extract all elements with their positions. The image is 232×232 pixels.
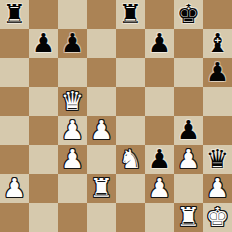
white-pawn-piece[interactable]: ♟ <box>177 145 200 174</box>
square-c6[interactable] <box>58 58 87 87</box>
square-d7[interactable] <box>87 29 116 58</box>
white-pawn-piece[interactable]: ♟ <box>90 116 113 145</box>
chess-board: ♜♜♚♟♟♟♝♟♛♟♟♟♟♞♟♟♛♟♜♟♟♜♚ <box>0 0 232 232</box>
black-pawn-piece[interactable]: ♟ <box>206 58 229 87</box>
square-d4[interactable]: ♟ <box>87 116 116 145</box>
square-h8[interactable] <box>203 0 232 29</box>
square-g3[interactable]: ♟ <box>174 145 203 174</box>
square-b6[interactable] <box>29 58 58 87</box>
square-d8[interactable] <box>87 0 116 29</box>
square-d6[interactable] <box>87 58 116 87</box>
square-f7[interactable]: ♟ <box>145 29 174 58</box>
black-rook-piece[interactable]: ♜ <box>3 0 26 29</box>
black-rook-piece[interactable]: ♜ <box>119 0 142 29</box>
square-a7[interactable] <box>0 29 29 58</box>
square-e7[interactable] <box>116 29 145 58</box>
white-queen-piece[interactable]: ♛ <box>61 87 84 116</box>
square-c3[interactable]: ♟ <box>58 145 87 174</box>
black-pawn-piece[interactable]: ♟ <box>148 145 171 174</box>
square-h1[interactable]: ♚ <box>203 203 232 232</box>
square-f3[interactable]: ♟ <box>145 145 174 174</box>
square-e2[interactable] <box>116 174 145 203</box>
white-pawn-piece[interactable]: ♟ <box>206 174 229 203</box>
white-king-piece[interactable]: ♚ <box>206 203 229 232</box>
square-b3[interactable] <box>29 145 58 174</box>
square-b5[interactable] <box>29 87 58 116</box>
square-e5[interactable] <box>116 87 145 116</box>
square-b4[interactable] <box>29 116 58 145</box>
square-g4[interactable]: ♟ <box>174 116 203 145</box>
black-pawn-piece[interactable]: ♟ <box>148 29 171 58</box>
square-c4[interactable]: ♟ <box>58 116 87 145</box>
square-e3[interactable]: ♞ <box>116 145 145 174</box>
square-d1[interactable] <box>87 203 116 232</box>
square-g6[interactable] <box>174 58 203 87</box>
black-bishop-piece[interactable]: ♝ <box>206 29 229 58</box>
black-king-piece[interactable]: ♚ <box>177 0 200 29</box>
black-pawn-piece[interactable]: ♟ <box>177 116 200 145</box>
square-a4[interactable] <box>0 116 29 145</box>
square-h6[interactable]: ♟ <box>203 58 232 87</box>
square-f1[interactable] <box>145 203 174 232</box>
square-c5[interactable]: ♛ <box>58 87 87 116</box>
square-h4[interactable] <box>203 116 232 145</box>
white-rook-piece[interactable]: ♜ <box>90 174 113 203</box>
black-queen-piece[interactable]: ♛ <box>206 145 229 174</box>
square-g5[interactable] <box>174 87 203 116</box>
square-h7[interactable]: ♝ <box>203 29 232 58</box>
square-g1[interactable]: ♜ <box>174 203 203 232</box>
white-pawn-piece[interactable]: ♟ <box>61 145 84 174</box>
square-f8[interactable] <box>145 0 174 29</box>
square-a5[interactable] <box>0 87 29 116</box>
square-h5[interactable] <box>203 87 232 116</box>
white-knight-piece[interactable]: ♞ <box>119 145 142 174</box>
square-d5[interactable] <box>87 87 116 116</box>
square-a2[interactable]: ♟ <box>0 174 29 203</box>
black-pawn-piece[interactable]: ♟ <box>61 29 84 58</box>
white-pawn-piece[interactable]: ♟ <box>61 116 84 145</box>
square-b2[interactable] <box>29 174 58 203</box>
square-d2[interactable]: ♜ <box>87 174 116 203</box>
white-pawn-piece[interactable]: ♟ <box>3 174 26 203</box>
square-c1[interactable] <box>58 203 87 232</box>
square-c8[interactable] <box>58 0 87 29</box>
square-a1[interactable] <box>0 203 29 232</box>
square-c2[interactable] <box>58 174 87 203</box>
square-a3[interactable] <box>0 145 29 174</box>
square-f2[interactable]: ♟ <box>145 174 174 203</box>
square-c7[interactable]: ♟ <box>58 29 87 58</box>
square-e1[interactable] <box>116 203 145 232</box>
square-g2[interactable] <box>174 174 203 203</box>
white-rook-piece[interactable]: ♜ <box>177 203 200 232</box>
square-h3[interactable]: ♛ <box>203 145 232 174</box>
square-f5[interactable] <box>145 87 174 116</box>
square-b1[interactable] <box>29 203 58 232</box>
white-pawn-piece[interactable]: ♟ <box>148 174 171 203</box>
square-e6[interactable] <box>116 58 145 87</box>
black-pawn-piece[interactable]: ♟ <box>32 29 55 58</box>
square-a6[interactable] <box>0 58 29 87</box>
square-g7[interactable] <box>174 29 203 58</box>
square-e8[interactable]: ♜ <box>116 0 145 29</box>
square-e4[interactable] <box>116 116 145 145</box>
square-d3[interactable] <box>87 145 116 174</box>
square-f6[interactable] <box>145 58 174 87</box>
square-b8[interactable] <box>29 0 58 29</box>
square-b7[interactable]: ♟ <box>29 29 58 58</box>
square-g8[interactable]: ♚ <box>174 0 203 29</box>
square-f4[interactable] <box>145 116 174 145</box>
square-a8[interactable]: ♜ <box>0 0 29 29</box>
square-h2[interactable]: ♟ <box>203 174 232 203</box>
